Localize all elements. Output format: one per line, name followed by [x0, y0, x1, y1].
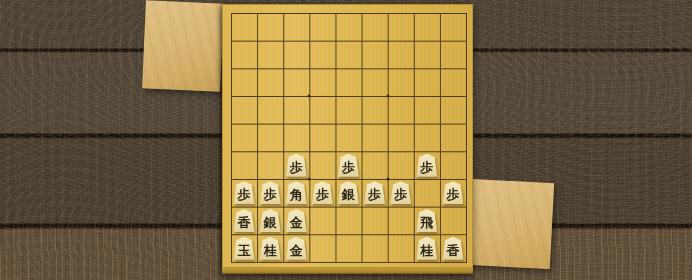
piece-body: 桂 [260, 237, 281, 260]
piece-glyph: 銀 [342, 188, 355, 201]
piece-lance[interactable]: 香 [231, 207, 257, 235]
piece-glyph: 歩 [394, 188, 407, 201]
piece-glyph: 歩 [368, 188, 381, 201]
piece-pawn[interactable]: 歩 [414, 151, 440, 179]
shogi-board: 歩歩歩歩歩角歩銀歩歩歩香銀金飛玉桂金桂香 [222, 4, 473, 274]
piece-lance[interactable]: 香 [440, 234, 466, 262]
piece-glyph: 桂 [264, 244, 277, 257]
piece-body: 歩 [442, 181, 463, 204]
piece-body: 歩 [312, 181, 333, 204]
piece-body: 銀 [338, 181, 359, 204]
piece-body: 歩 [260, 181, 281, 204]
piece-glyph: 飛 [420, 216, 433, 229]
right-piece-stand [468, 179, 554, 269]
piece-knight[interactable]: 桂 [257, 234, 283, 262]
piece-pawn[interactable]: 歩 [440, 179, 466, 207]
piece-glyph: 香 [446, 244, 459, 257]
piece-pawn[interactable]: 歩 [335, 151, 361, 179]
piece-bishop[interactable]: 角 [283, 179, 309, 207]
piece-glyph: 桂 [420, 244, 433, 257]
piece-pawn[interactable]: 歩 [388, 179, 414, 207]
piece-body: 銀 [260, 209, 281, 232]
piece-glyph: 角 [290, 188, 303, 201]
piece-glyph: 金 [290, 216, 303, 229]
piece-glyph: 香 [238, 216, 251, 229]
piece-pawn[interactable]: 歩 [257, 179, 283, 207]
piece-glyph: 玉 [238, 244, 251, 257]
piece-glyph: 歩 [316, 188, 329, 201]
piece-body: 金 [286, 237, 307, 260]
shogi-photo-scene: 歩歩歩歩歩角歩銀歩歩歩香銀金飛玉桂金桂香 [0, 0, 692, 280]
piece-silver[interactable]: 銀 [257, 207, 283, 235]
piece-body: 香 [442, 237, 463, 260]
piece-body: 玉 [234, 237, 255, 260]
piece-glyph: 歩 [290, 161, 303, 174]
piece-glyph: 歩 [264, 188, 277, 201]
piece-glyph: 歩 [420, 161, 433, 174]
piece-glyph: 歩 [238, 188, 251, 201]
piece-body: 桂 [416, 237, 437, 260]
piece-body: 歩 [338, 154, 359, 177]
piece-body: 歩 [390, 181, 411, 204]
piece-body: 歩 [286, 154, 307, 177]
piece-knight[interactable]: 桂 [414, 234, 440, 262]
piece-body: 歩 [234, 181, 255, 204]
piece-body: 歩 [364, 181, 385, 204]
piece-glyph: 金 [290, 244, 303, 257]
piece-king[interactable]: 玉 [231, 234, 257, 262]
piece-body: 飛 [416, 209, 437, 232]
piece-pawn[interactable]: 歩 [231, 179, 257, 207]
piece-gold[interactable]: 金 [283, 234, 309, 262]
piece-pawn[interactable]: 歩 [362, 179, 388, 207]
piece-silver[interactable]: 銀 [335, 179, 361, 207]
piece-pawn[interactable]: 歩 [283, 151, 309, 179]
piece-pawn[interactable]: 歩 [309, 179, 335, 207]
piece-body: 香 [234, 209, 255, 232]
piece-body: 角 [286, 181, 307, 204]
piece-body: 金 [286, 209, 307, 232]
left-piece-stand [142, 0, 224, 91]
board-bottom-edge [222, 268, 473, 274]
piece-glyph: 銀 [264, 216, 277, 229]
piece-gold[interactable]: 金 [283, 207, 309, 235]
piece-rook[interactable]: 飛 [414, 207, 440, 235]
board-surface: 歩歩歩歩歩角歩銀歩歩歩香銀金飛玉桂金桂香 [222, 4, 473, 268]
piece-layer: 歩歩歩歩歩角歩銀歩歩歩香銀金飛玉桂金桂香 [231, 13, 466, 262]
piece-body: 歩 [416, 154, 437, 177]
piece-glyph: 歩 [342, 161, 355, 174]
piece-glyph: 歩 [446, 188, 459, 201]
